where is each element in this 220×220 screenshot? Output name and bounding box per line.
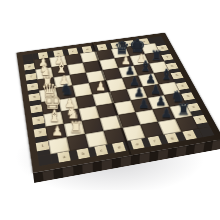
square [67, 63, 86, 75]
ring-square [105, 144, 115, 154]
square: ♝ [154, 71, 175, 84]
chess-set-photo: abcdefgh abcdefgh 87654321 87654321 ♟♟♛♚… [0, 0, 220, 220]
square: ♞ [56, 86, 76, 100]
square [73, 83, 93, 97]
ring-square [192, 129, 203, 139]
chess-board: abcdefgh abcdefgh 87654321 87654321 ♟♟♛♚… [16, 33, 220, 173]
perspective-wrapper: abcdefgh abcdefgh 87654321 87654321 ♟♟♛♚… [0, 0, 220, 220]
black-pawn: ♟ [134, 97, 152, 110]
